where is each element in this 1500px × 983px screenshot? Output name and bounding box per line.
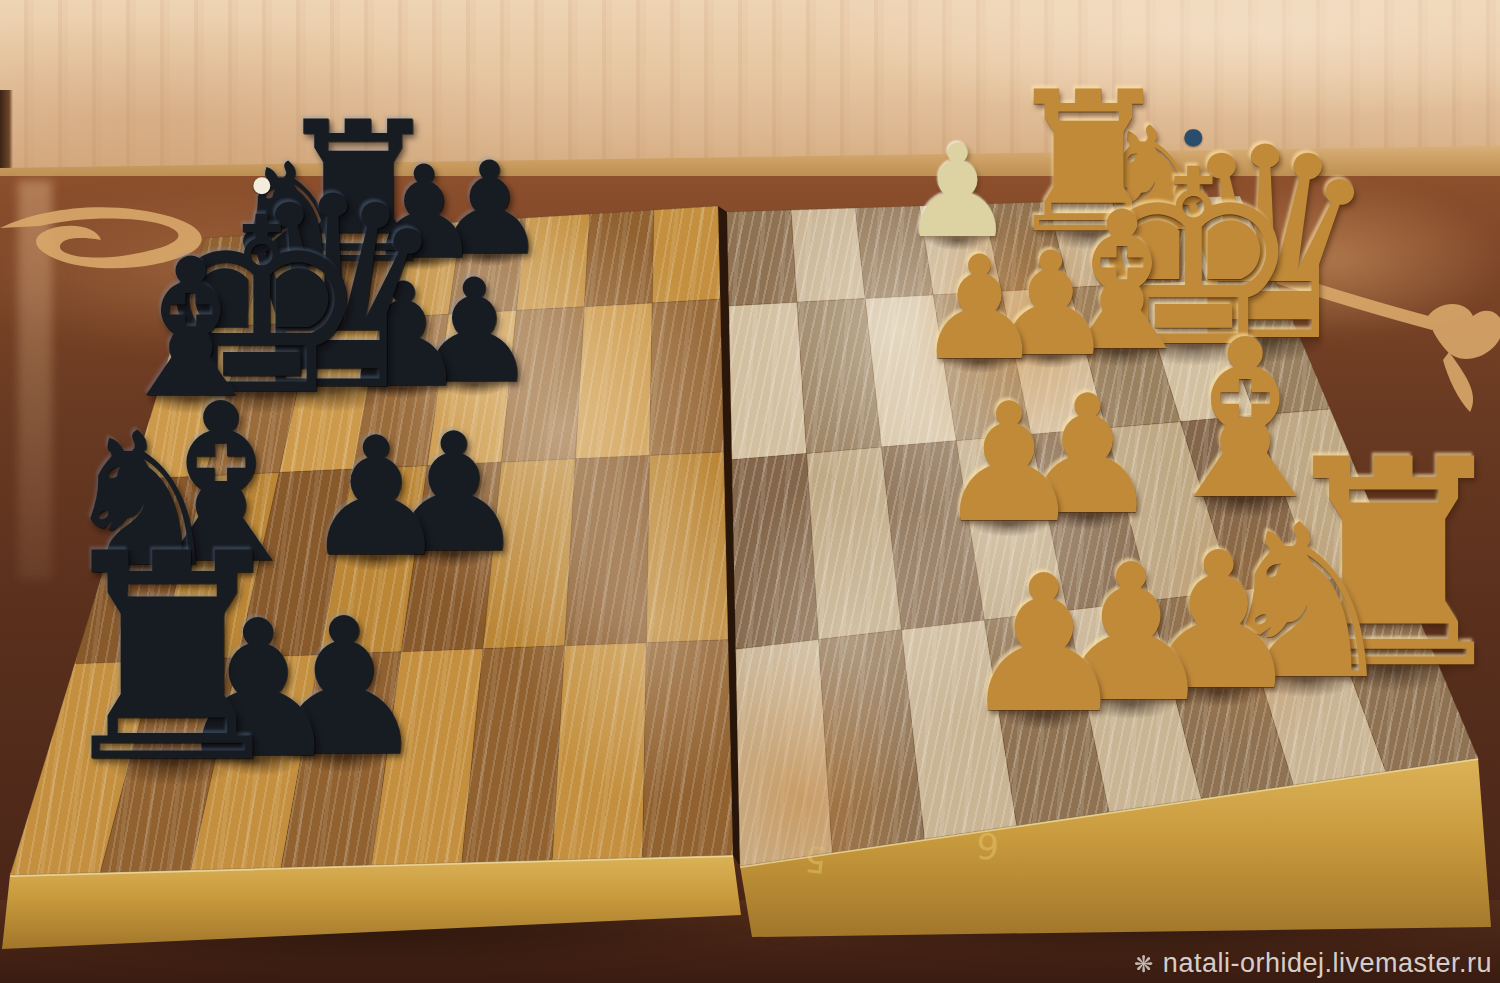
chess-piece-white-pawn: ♟: [959, 552, 1128, 741]
watermark: ❋natali-orhidej.livemaster.ru: [1134, 948, 1492, 979]
chess-piece-black-pawn: ♟: [303, 416, 450, 580]
scene-vintage-chess-photo: 56 ♞♜♟♟♝♚♛♟♟♞♝♟♟♜♟♟♟♜♞♟♟♝♚♛♟♟♝♟♟♟♞♜ ❋nat…: [0, 0, 1500, 983]
black-king-finial-ball: [253, 177, 271, 195]
chess-piece-white-pawn: ♟: [936, 382, 1083, 546]
chess-piece-black-rook: ♜: [44, 516, 300, 802]
rosette-icon: ❋: [1134, 951, 1154, 977]
watermark-text: natali-orhidej.livemaster.ru: [1163, 948, 1492, 978]
white-king-finial-ball: [1185, 129, 1203, 147]
pieces-layer: ♞♜♟♟♝♚♛♟♟♞♝♟♟♜♟♟♟♜♞♟♟♝♚♛♟♟♝♟♟♟♞♜: [0, 0, 1500, 983]
